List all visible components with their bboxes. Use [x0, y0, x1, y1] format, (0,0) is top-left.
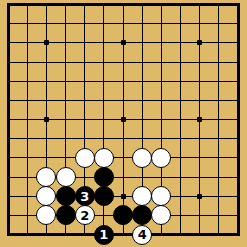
star-point: [197, 117, 202, 122]
grid-line-horizontal: [8, 234, 238, 235]
stone-black: [94, 186, 114, 206]
grid-line-vertical: [238, 5, 239, 235]
star-point: [197, 194, 202, 199]
stone-black: [94, 167, 114, 187]
move-number: 3: [80, 189, 89, 202]
move-number: 2: [80, 208, 89, 221]
star-point: [197, 40, 202, 45]
star-point: [44, 40, 49, 45]
stone-white: 2: [75, 205, 95, 225]
stone-black: 3: [75, 186, 95, 206]
star-point: [121, 194, 126, 199]
stone-white: [75, 148, 95, 168]
go-diagram: 3214: [0, 0, 247, 247]
stone-black: [56, 186, 76, 206]
grid-line-vertical: [218, 5, 219, 235]
stone-white: [94, 148, 114, 168]
grid-line-vertical: [180, 5, 181, 235]
grid-line-horizontal: [8, 157, 238, 158]
stone-white: [56, 167, 76, 187]
stone-white: 4: [132, 225, 152, 245]
move-number: 1: [99, 228, 108, 241]
stone-black: 1: [94, 225, 114, 245]
star-point: [121, 117, 126, 122]
star-point: [121, 40, 126, 45]
move-number: 4: [138, 228, 147, 241]
star-point: [44, 117, 49, 122]
grid-line-horizontal: [8, 138, 238, 139]
stone-black: [56, 205, 76, 225]
go-board[interactable]: 3214: [0, 0, 247, 247]
stone-white: [132, 148, 152, 168]
